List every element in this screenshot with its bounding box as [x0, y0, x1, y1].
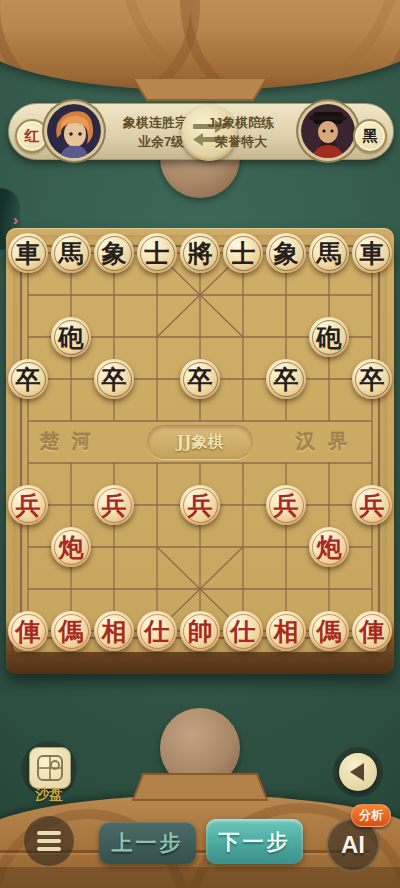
- anime-girl-avatar-icon: [47, 104, 101, 158]
- piece-black-卒[interactable]: 卒: [94, 359, 134, 399]
- piece-red-兵[interactable]: 兵: [94, 485, 134, 525]
- piece-red-兵[interactable]: 兵: [180, 485, 220, 525]
- sandbox-button[interactable]: [29, 747, 71, 789]
- board-grid: 楚河 JJ象棋 汉界 車馬象士將士象馬車砲砲卒卒卒卒卒兵兵兵兵兵炮炮俥傌相仕帥仕…: [28, 253, 372, 631]
- piece-black-砲[interactable]: 砲: [309, 317, 349, 357]
- piece-black-將[interactable]: 將: [180, 233, 220, 273]
- black-side-badge: 黑: [353, 119, 387, 153]
- piece-red-相[interactable]: 相: [266, 611, 306, 651]
- piece-black-砲[interactable]: 砲: [51, 317, 91, 357]
- back-triangle-icon: [350, 763, 364, 781]
- piece-red-帥[interactable]: 帥: [180, 611, 220, 651]
- menu-button[interactable]: [24, 816, 74, 866]
- piece-red-兵[interactable]: 兵: [8, 485, 48, 525]
- top-wood-arch: [0, 0, 400, 90]
- river-right-text: 汉界: [296, 429, 360, 455]
- piece-red-傌[interactable]: 傌: [309, 611, 349, 651]
- black-player-name: JJ象棋陪练: [185, 113, 297, 132]
- piece-black-士[interactable]: 士: [137, 233, 177, 273]
- emperor-avatar-icon: [301, 104, 355, 158]
- piece-red-炮[interactable]: 炮: [309, 527, 349, 567]
- piece-black-車[interactable]: 車: [352, 233, 392, 273]
- river-logo-plate: JJ象棋: [147, 425, 253, 459]
- black-player-rank: 荣誉特大: [185, 132, 297, 151]
- sandbox-board-icon: [36, 754, 64, 782]
- prev-move-button[interactable]: 上一步: [99, 822, 196, 864]
- xiangqi-board[interactable]: 楚河 JJ象棋 汉界 車馬象士將士象馬車砲砲卒卒卒卒卒兵兵兵兵兵炮炮俥傌相仕帥仕…: [6, 228, 394, 674]
- piece-red-仕[interactable]: 仕: [137, 611, 177, 651]
- black-player-avatar[interactable]: [301, 104, 355, 158]
- piece-black-卒[interactable]: 卒: [180, 359, 220, 399]
- piece-red-傌[interactable]: 傌: [51, 611, 91, 651]
- chevron-right-icon: ›: [13, 211, 18, 228]
- piece-red-兵[interactable]: 兵: [266, 485, 306, 525]
- piece-black-象[interactable]: 象: [94, 233, 134, 273]
- piece-red-相[interactable]: 相: [94, 611, 134, 651]
- red-side-badge: 红: [15, 119, 49, 153]
- wood-base-band: [0, 867, 400, 888]
- piece-black-卒[interactable]: 卒: [352, 359, 392, 399]
- piece-black-卒[interactable]: 卒: [8, 359, 48, 399]
- red-player-avatar[interactable]: [47, 104, 101, 158]
- black-player-name-block: JJ象棋陪练 荣誉特大: [185, 113, 297, 151]
- player-info-bar: 红 象棋连胜宗... 业余7级 JJ象棋: [8, 103, 394, 160]
- piece-black-象[interactable]: 象: [266, 233, 306, 273]
- piece-black-馬[interactable]: 馬: [309, 233, 349, 273]
- piece-black-車[interactable]: 車: [8, 233, 48, 273]
- red-side-label: 红: [25, 127, 40, 146]
- piece-black-馬[interactable]: 馬: [51, 233, 91, 273]
- analyze-badge: 分析: [351, 804, 391, 827]
- piece-black-士[interactable]: 士: [223, 233, 263, 273]
- piece-red-俥[interactable]: 俥: [352, 611, 392, 651]
- river-left-text: 楚河: [40, 429, 104, 455]
- collapse-button[interactable]: [339, 753, 377, 791]
- piece-red-俥[interactable]: 俥: [8, 611, 48, 651]
- piece-red-兵[interactable]: 兵: [352, 485, 392, 525]
- jj-xiangqi-logo: JJ象棋: [176, 432, 223, 453]
- piece-red-炮[interactable]: 炮: [51, 527, 91, 567]
- next-move-button[interactable]: 下一步: [206, 819, 303, 864]
- river-band: 楚河 JJ象棋 汉界: [28, 421, 372, 463]
- sandbox-label: 沙盘: [9, 786, 89, 804]
- xiangqi-app: 红 象棋连胜宗... 业余7级 JJ象棋: [0, 0, 400, 888]
- piece-red-仕[interactable]: 仕: [223, 611, 263, 651]
- piece-black-卒[interactable]: 卒: [266, 359, 306, 399]
- hamburger-icon: [37, 831, 61, 835]
- black-side-label: 黑: [363, 127, 378, 146]
